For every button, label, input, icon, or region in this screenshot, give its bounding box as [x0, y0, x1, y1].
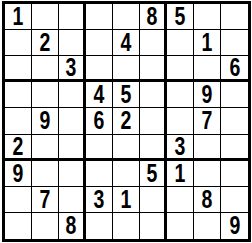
- cell-r1c5[interactable]: [113, 4, 140, 30]
- given-digit: 1: [202, 30, 213, 55]
- given-digit: 1: [13, 4, 24, 29]
- given-digit: 8: [202, 187, 213, 212]
- cell-r1c7: 5: [167, 4, 194, 30]
- cell-r2c2: 2: [32, 30, 59, 56]
- given-digit: 9: [202, 82, 213, 107]
- cell-r7c7: 1: [167, 161, 194, 187]
- cell-r3c1[interactable]: [5, 56, 32, 82]
- given-digit: 6: [94, 108, 105, 133]
- cell-r6c5[interactable]: [113, 135, 140, 161]
- cell-r7c3[interactable]: [59, 161, 86, 187]
- cell-r6c8[interactable]: [194, 135, 221, 161]
- cell-r4c9[interactable]: [221, 82, 248, 108]
- given-digit: 5: [175, 4, 186, 29]
- cell-r1c8[interactable]: [194, 4, 221, 30]
- cell-r8c2: 7: [32, 187, 59, 213]
- cell-r3c7[interactable]: [167, 56, 194, 82]
- cell-r3c6[interactable]: [140, 56, 167, 82]
- given-digit: 9: [229, 213, 240, 238]
- cell-r6c2[interactable]: [32, 135, 59, 161]
- cell-r6c9[interactable]: [221, 135, 248, 161]
- cell-r1c3[interactable]: [59, 4, 86, 30]
- cell-r5c9[interactable]: [221, 108, 248, 134]
- cell-r6c4[interactable]: [86, 135, 113, 161]
- cell-r1c4[interactable]: [86, 4, 113, 30]
- cell-r5c6[interactable]: [140, 108, 167, 134]
- given-digit: 3: [175, 135, 186, 159]
- cell-r8c1[interactable]: [5, 187, 32, 213]
- cell-r6c1: 2: [5, 135, 32, 161]
- cell-r3c3: 3: [59, 56, 86, 82]
- cell-r5c5: 2: [113, 108, 140, 134]
- cell-r3c9: 6: [221, 56, 248, 82]
- cell-r2c7[interactable]: [167, 30, 194, 56]
- cell-r6c7: 3: [167, 135, 194, 161]
- cell-r8c6[interactable]: [140, 187, 167, 213]
- cell-r8c3[interactable]: [59, 187, 86, 213]
- cell-r7c5[interactable]: [113, 161, 140, 187]
- given-digit: 2: [40, 30, 51, 55]
- given-digit: 1: [121, 187, 132, 212]
- given-digit: 6: [229, 56, 240, 80]
- given-digit: 5: [147, 161, 158, 186]
- given-digit: 3: [66, 56, 77, 80]
- cell-r2c8: 1: [194, 30, 221, 56]
- cell-r1c2[interactable]: [32, 4, 59, 30]
- cell-r8c9[interactable]: [221, 187, 248, 213]
- cell-r8c7[interactable]: [167, 187, 194, 213]
- cell-r3c8[interactable]: [194, 56, 221, 82]
- cell-r1c6: 8: [140, 4, 167, 30]
- cell-r3c2[interactable]: [32, 56, 59, 82]
- given-digit: 8: [66, 213, 77, 238]
- cell-r3c4[interactable]: [86, 56, 113, 82]
- cell-r5c2: 9: [32, 108, 59, 134]
- given-digit: 2: [13, 135, 24, 159]
- given-digit: 4: [94, 82, 105, 107]
- cell-r5c3[interactable]: [59, 108, 86, 134]
- cell-r4c4: 4: [86, 82, 113, 108]
- cell-r9c2[interactable]: [32, 213, 59, 239]
- sudoku-board: 18524136459962723951731889: [2, 1, 251, 242]
- cell-r2c9[interactable]: [221, 30, 248, 56]
- given-digit: 7: [40, 187, 51, 212]
- cell-r3c5[interactable]: [113, 56, 140, 82]
- cell-r9c4[interactable]: [86, 213, 113, 239]
- cell-r8c5: 1: [113, 187, 140, 213]
- cell-r1c9[interactable]: [221, 4, 248, 30]
- cell-r9c6[interactable]: [140, 213, 167, 239]
- cell-r9c8[interactable]: [194, 213, 221, 239]
- cell-r4c2[interactable]: [32, 82, 59, 108]
- given-digit: 7: [202, 108, 213, 133]
- cell-r7c9[interactable]: [221, 161, 248, 187]
- given-digit: 5: [121, 82, 132, 107]
- cell-r5c8: 7: [194, 108, 221, 134]
- given-digit: 8: [147, 4, 158, 29]
- cell-r7c2[interactable]: [32, 161, 59, 187]
- cell-r6c3[interactable]: [59, 135, 86, 161]
- cell-r7c1: 9: [5, 161, 32, 187]
- cell-r6c6[interactable]: [140, 135, 167, 161]
- cell-r9c3: 8: [59, 213, 86, 239]
- cell-r9c1[interactable]: [5, 213, 32, 239]
- cell-r5c7[interactable]: [167, 108, 194, 134]
- given-digit: 4: [121, 30, 132, 55]
- cell-r2c6[interactable]: [140, 30, 167, 56]
- cell-r2c1[interactable]: [5, 30, 32, 56]
- cell-r7c4[interactable]: [86, 161, 113, 187]
- given-digit: 2: [121, 108, 132, 133]
- cell-r2c3[interactable]: [59, 30, 86, 56]
- cell-r4c7[interactable]: [167, 82, 194, 108]
- given-digit: 3: [94, 187, 105, 212]
- given-digit: 1: [175, 161, 186, 186]
- cell-r4c5: 5: [113, 82, 140, 108]
- cell-r5c4: 6: [86, 108, 113, 134]
- cell-r8c8: 8: [194, 187, 221, 213]
- cell-r9c5[interactable]: [113, 213, 140, 239]
- cell-r1c1: 1: [5, 4, 32, 30]
- cell-r9c9: 9: [221, 213, 248, 239]
- cell-r4c1[interactable]: [5, 82, 32, 108]
- cell-r4c3[interactable]: [59, 82, 86, 108]
- cell-r2c5: 4: [113, 30, 140, 56]
- cell-r2c4[interactable]: [86, 30, 113, 56]
- cell-r9c7[interactable]: [167, 213, 194, 239]
- given-digit: 9: [13, 161, 24, 186]
- cell-r5c1[interactable]: [5, 108, 32, 134]
- cell-r7c6: 5: [140, 161, 167, 187]
- cell-r8c4: 3: [86, 187, 113, 213]
- given-digit: 9: [40, 108, 51, 133]
- cell-r7c8[interactable]: [194, 161, 221, 187]
- cell-r4c6[interactable]: [140, 82, 167, 108]
- cell-r4c8: 9: [194, 82, 221, 108]
